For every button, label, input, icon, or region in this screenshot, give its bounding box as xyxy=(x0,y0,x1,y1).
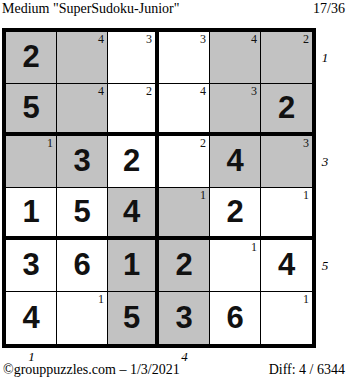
given-digit: 4 xyxy=(22,302,39,333)
cell-r3c1[interactable]: 1 xyxy=(6,136,57,188)
pencil-mark: 1 xyxy=(47,136,53,150)
cell-r1c2[interactable]: 4 xyxy=(57,32,108,84)
sudoku-board: 243342542432132243154121361214415361 xyxy=(2,28,316,348)
cell-r1c4[interactable]: 3 xyxy=(159,32,210,84)
row-label-5: 5 xyxy=(318,258,332,274)
cell-r4c1[interactable]: 1 xyxy=(6,188,57,240)
given-digit: 3 xyxy=(73,145,90,176)
puzzle-title: Medium "SuperSudoku-Junior" xyxy=(2,1,179,17)
pencil-mark: 1 xyxy=(303,188,309,202)
cell-r3c5[interactable]: 4 xyxy=(210,136,261,188)
pencil-mark: 1 xyxy=(251,240,257,254)
cell-r1c5[interactable]: 4 xyxy=(210,32,261,84)
given-digit: 2 xyxy=(226,196,243,227)
given-digit: 1 xyxy=(22,196,39,227)
cell-r1c1[interactable]: 2 xyxy=(6,32,57,84)
pencil-mark: 1 xyxy=(303,292,309,306)
cell-r4c4[interactable]: 1 xyxy=(159,188,210,240)
cell-r2c3[interactable]: 2 xyxy=(108,84,159,136)
given-digit: 4 xyxy=(226,145,243,176)
pencil-mark: 3 xyxy=(251,84,257,98)
given-digit: 2 xyxy=(123,145,140,176)
cell-r5c3[interactable]: 1 xyxy=(108,240,159,292)
given-digit: 6 xyxy=(226,302,243,333)
cell-r2c1[interactable]: 5 xyxy=(6,84,57,136)
row-label-1: 1 xyxy=(318,50,332,66)
pencil-mark: 1 xyxy=(200,188,206,202)
pencil-mark: 3 xyxy=(303,136,309,150)
pencil-mark: 4 xyxy=(98,84,104,98)
given-digit: 2 xyxy=(175,249,192,280)
cell-r1c3[interactable]: 3 xyxy=(108,32,159,84)
cell-r6c1[interactable]: 4 xyxy=(6,292,57,344)
cell-r1c6[interactable]: 2 xyxy=(261,32,312,84)
cell-r3c2[interactable]: 3 xyxy=(57,136,108,188)
cell-r6c3[interactable]: 5 xyxy=(108,292,159,344)
pencil-mark: 2 xyxy=(200,136,206,150)
cell-r3c3[interactable]: 2 xyxy=(108,136,159,188)
pencil-mark: 1 xyxy=(98,292,104,306)
cell-r5c4[interactable]: 2 xyxy=(159,240,210,292)
cell-r2c4[interactable]: 4 xyxy=(159,84,210,136)
given-digit: 6 xyxy=(73,249,90,280)
given-digit: 4 xyxy=(123,196,140,227)
puzzle-page: Medium "SuperSudoku-Junior" 17/36 243342… xyxy=(0,0,347,381)
pencil-mark: 3 xyxy=(146,32,152,46)
row-label-3: 3 xyxy=(318,154,332,170)
cell-r2c5[interactable]: 3 xyxy=(210,84,261,136)
cell-r5c6[interactable]: 4 xyxy=(261,240,312,292)
cell-r2c6[interactable]: 2 xyxy=(261,84,312,136)
given-digit: 5 xyxy=(123,302,140,333)
given-digit: 5 xyxy=(73,196,90,227)
given-digit: 4 xyxy=(278,249,295,280)
given-digit: 5 xyxy=(22,92,39,123)
cell-r4c5[interactable]: 2 xyxy=(210,188,261,240)
pencil-mark: 2 xyxy=(146,84,152,98)
cell-r5c2[interactable]: 6 xyxy=(57,240,108,292)
cell-r2c2[interactable]: 4 xyxy=(57,84,108,136)
cell-r6c4[interactable]: 3 xyxy=(159,292,210,344)
pencil-mark: 4 xyxy=(251,32,257,46)
pencil-mark: 2 xyxy=(303,32,309,46)
cell-r3c6[interactable]: 3 xyxy=(261,136,312,188)
cell-r5c5[interactable]: 1 xyxy=(210,240,261,292)
given-digit: 3 xyxy=(22,249,39,280)
cell-r4c3[interactable]: 4 xyxy=(108,188,159,240)
given-digit: 2 xyxy=(22,41,39,72)
pencil-mark: 4 xyxy=(98,32,104,46)
pencil-mark: 4 xyxy=(200,84,206,98)
cell-r5c1[interactable]: 3 xyxy=(6,240,57,292)
pencil-mark: 3 xyxy=(200,32,206,46)
cell-r6c2[interactable]: 1 xyxy=(57,292,108,344)
given-digit: 2 xyxy=(278,92,295,123)
cell-r4c2[interactable]: 5 xyxy=(57,188,108,240)
cell-r6c5[interactable]: 6 xyxy=(210,292,261,344)
cell-r4c6[interactable]: 1 xyxy=(261,188,312,240)
copyright-text: ©grouppuzzles.com – 1/3/2021 xyxy=(3,362,180,378)
given-digit: 1 xyxy=(123,249,140,280)
cell-r6c6[interactable]: 1 xyxy=(261,292,312,344)
difficulty-text: Diff: 4 / 6344 xyxy=(269,362,345,378)
header: Medium "SuperSudoku-Junior" 17/36 xyxy=(2,1,345,19)
cell-r3c4[interactable]: 2 xyxy=(159,136,210,188)
given-digit: 3 xyxy=(175,302,192,333)
puzzle-counter: 17/36 xyxy=(313,1,345,17)
footer: ©grouppuzzles.com – 1/3/2021 Diff: 4 / 6… xyxy=(3,362,345,379)
